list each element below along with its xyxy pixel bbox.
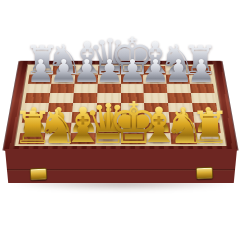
square-g4 — [168, 103, 193, 113]
square-f3 — [145, 112, 170, 122]
square-a2 — [20, 123, 46, 134]
square-f8 — [143, 66, 166, 75]
square-b3 — [46, 112, 71, 122]
square-f7 — [143, 74, 166, 83]
square-g3 — [169, 112, 194, 122]
square-d5 — [97, 93, 121, 103]
square-a6 — [27, 84, 52, 93]
square-h6 — [190, 84, 215, 93]
square-a8 — [29, 66, 53, 75]
square-a5 — [25, 93, 50, 103]
square-d3 — [96, 112, 121, 122]
square-e4 — [121, 103, 145, 113]
square-h4 — [192, 103, 217, 113]
square-f6 — [144, 84, 168, 93]
square-b4 — [48, 103, 73, 113]
product-photo: ♜♞♝♛♚♝♞♜♟♟♟♟♟♟♟♟♟♟♟♟♟♟♟♟♜♞♝♛♚♝♞♜ — [0, 0, 242, 242]
square-b6 — [50, 84, 74, 93]
square-d7 — [97, 74, 120, 83]
square-f4 — [144, 103, 169, 113]
square-h7 — [189, 74, 213, 83]
square-c6 — [74, 84, 98, 93]
square-a3 — [22, 112, 48, 122]
square-h5 — [191, 93, 216, 103]
square-g1 — [171, 133, 197, 144]
square-e7 — [121, 74, 144, 83]
square-b7 — [51, 74, 75, 83]
square-d4 — [96, 103, 120, 113]
square-e5 — [121, 93, 145, 103]
latch-right — [196, 167, 213, 180]
board-grid — [18, 66, 222, 145]
square-a7 — [28, 74, 52, 83]
square-c2 — [70, 123, 96, 134]
square-h8 — [188, 66, 212, 75]
square-c5 — [73, 93, 97, 103]
square-c4 — [72, 103, 97, 113]
square-d6 — [97, 84, 120, 93]
board-frame — [3, 61, 237, 150]
square-c7 — [74, 74, 97, 83]
square-d8 — [98, 66, 121, 75]
square-a4 — [23, 103, 48, 113]
square-g7 — [166, 74, 190, 83]
chess-board — [3, 61, 237, 150]
square-a1 — [18, 133, 45, 144]
square-f1 — [146, 133, 172, 144]
square-g8 — [165, 66, 188, 75]
square-b1 — [44, 133, 70, 144]
square-e2 — [121, 123, 146, 134]
square-g6 — [167, 84, 191, 93]
square-f5 — [144, 93, 168, 103]
square-b2 — [45, 123, 71, 134]
square-c8 — [75, 66, 98, 75]
square-d1 — [95, 133, 121, 144]
square-g5 — [167, 93, 192, 103]
square-b8 — [52, 66, 75, 75]
square-e6 — [121, 84, 144, 93]
square-e1 — [121, 133, 147, 144]
board-border-strip — [14, 64, 227, 146]
square-h2 — [195, 123, 221, 134]
square-h1 — [196, 133, 223, 144]
square-c1 — [69, 133, 95, 144]
square-e8 — [121, 66, 144, 75]
square-d2 — [95, 123, 120, 134]
square-f2 — [145, 123, 171, 134]
square-c3 — [71, 112, 96, 122]
square-b5 — [49, 93, 74, 103]
square-e3 — [121, 112, 146, 122]
square-h3 — [193, 112, 219, 122]
square-g2 — [170, 123, 196, 134]
latch-left — [30, 168, 48, 181]
